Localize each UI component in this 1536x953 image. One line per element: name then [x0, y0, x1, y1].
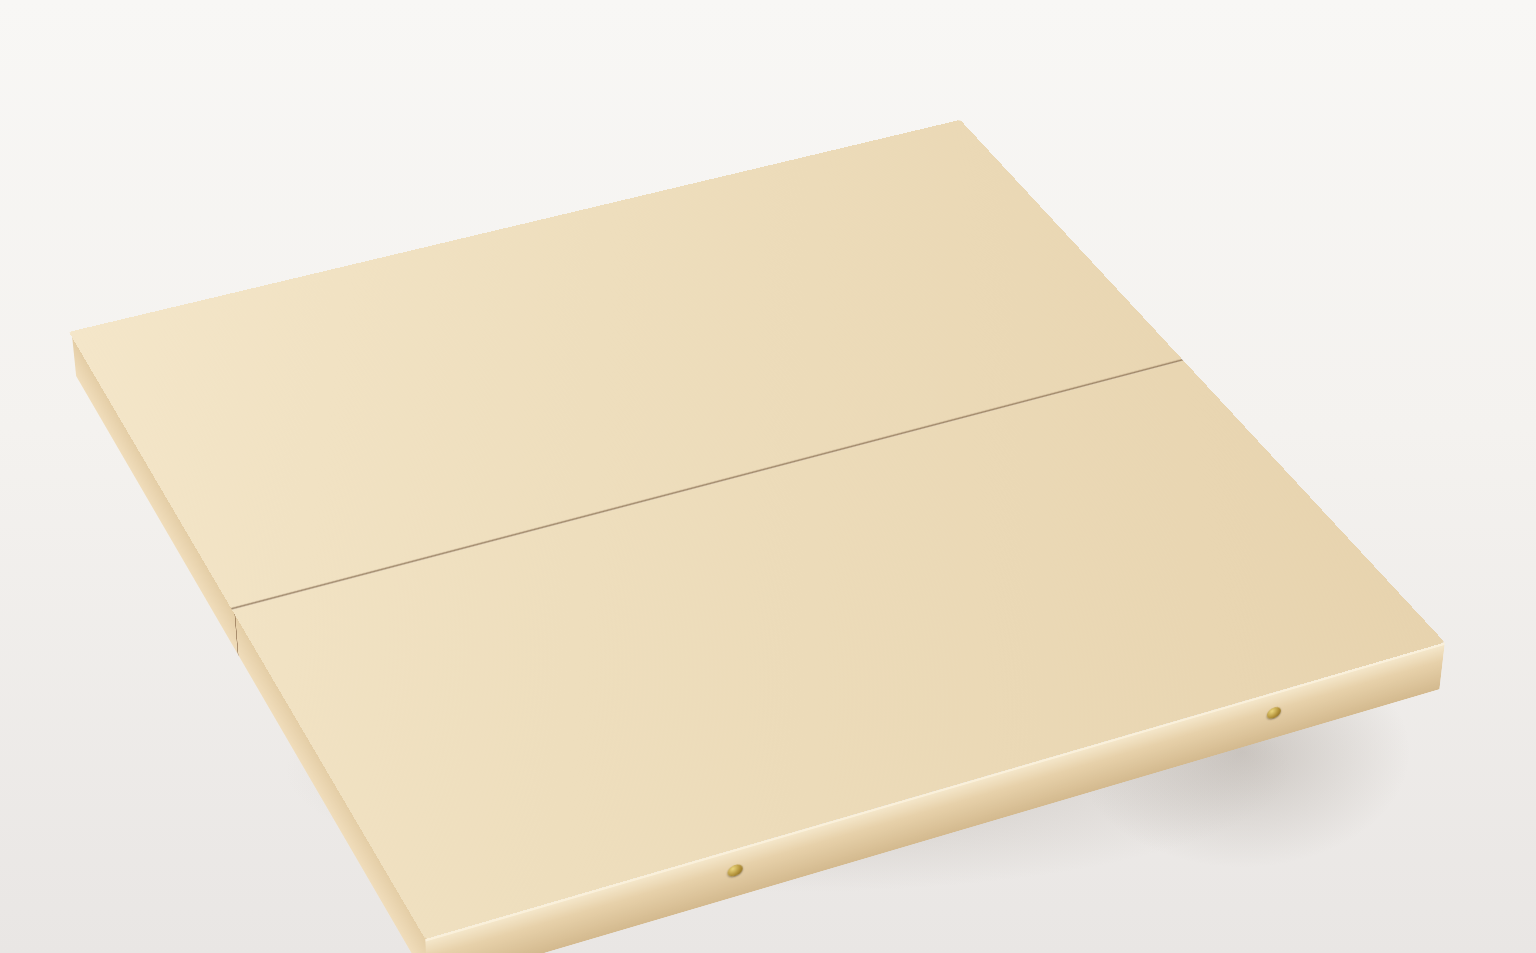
brass-clasp-right — [1266, 705, 1281, 720]
chessboard — [69, 120, 1445, 939]
board-top-surface — [69, 120, 1445, 939]
brass-clasp-left — [728, 863, 743, 878]
photo-background — [0, 0, 1536, 953]
scene — [0, 0, 1536, 953]
pieces-layer — [69, 120, 1445, 939]
